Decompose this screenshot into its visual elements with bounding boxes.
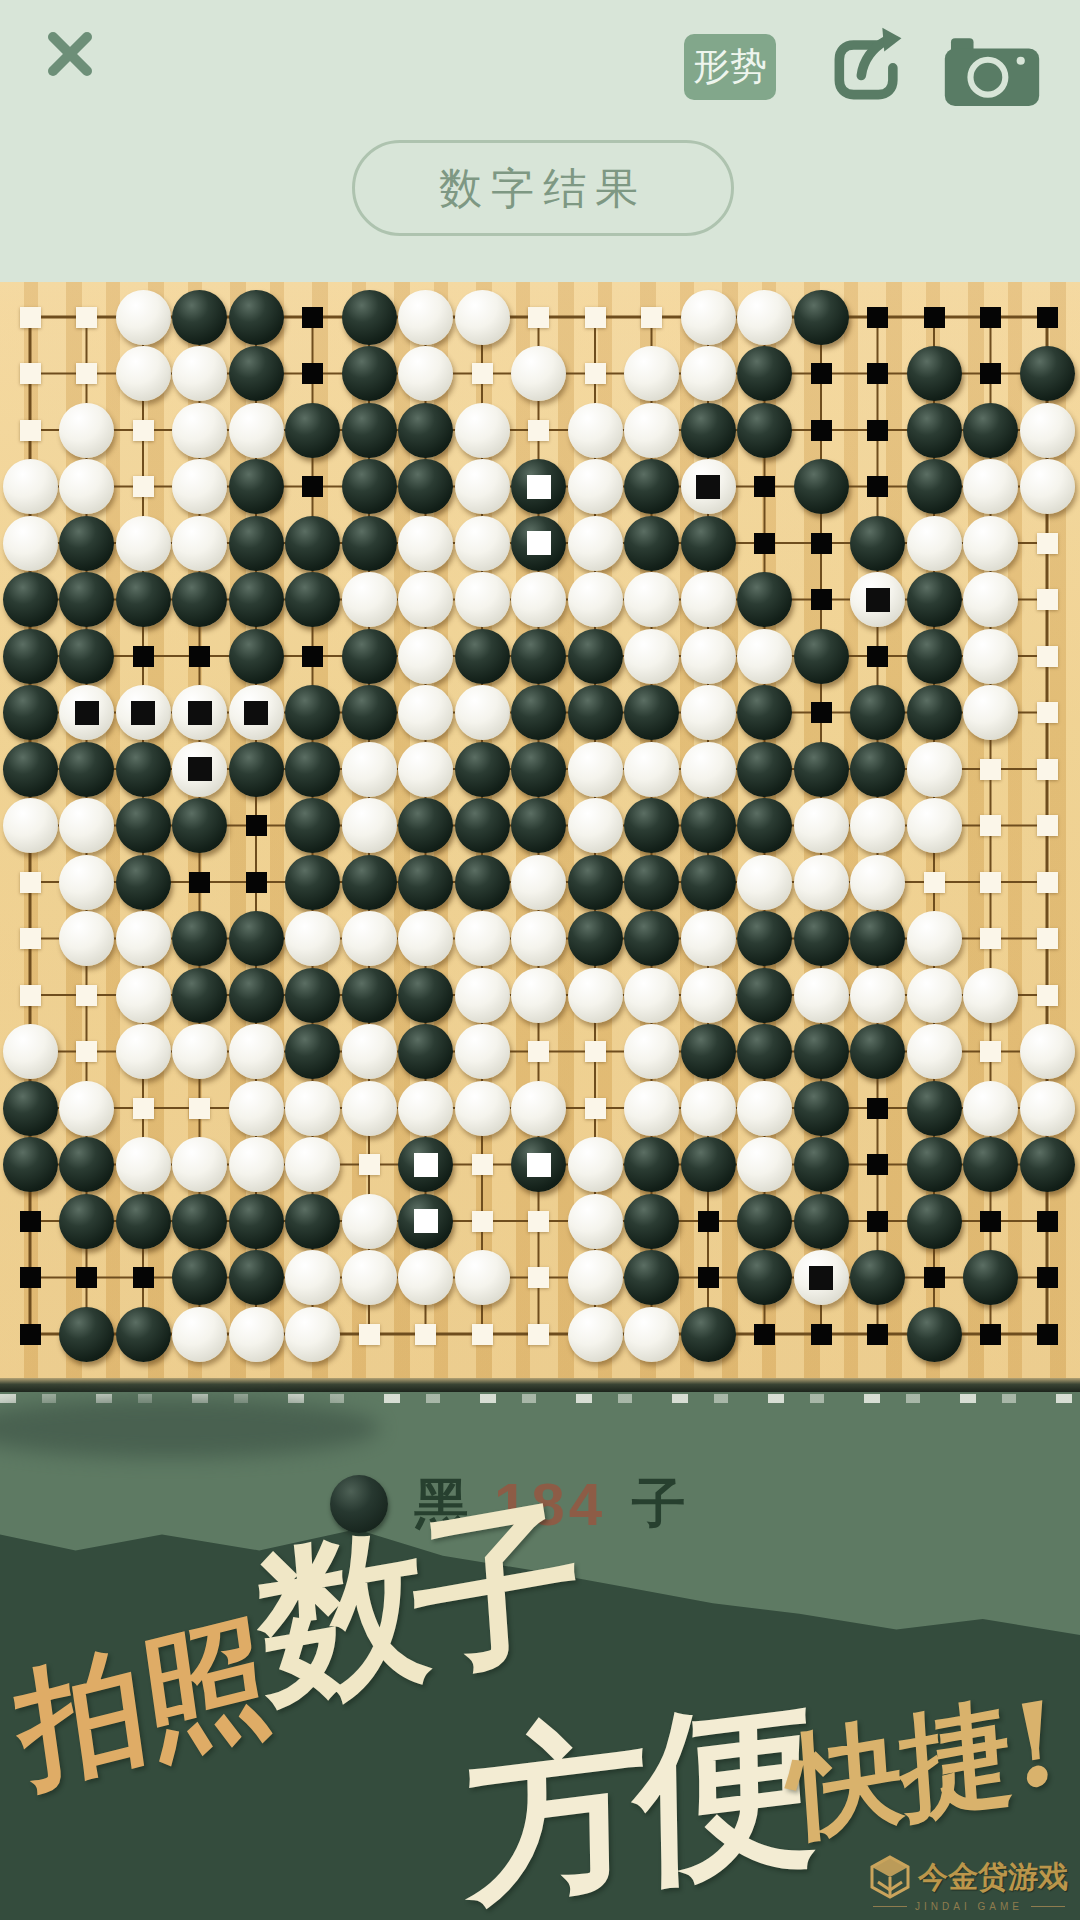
black-stone[interactable] <box>398 403 453 458</box>
white-stone[interactable] <box>568 1194 623 1249</box>
white-stone[interactable] <box>624 572 679 627</box>
black-stone[interactable] <box>116 798 171 853</box>
white-stone[interactable] <box>963 629 1018 684</box>
black-stone[interactable] <box>398 1024 453 1079</box>
black-stone[interactable] <box>737 911 792 966</box>
black-stone[interactable] <box>737 1194 792 1249</box>
white-stone[interactable] <box>229 1024 284 1079</box>
black-stone[interactable] <box>285 1194 340 1249</box>
white-stone[interactable] <box>59 855 114 910</box>
camera-button[interactable] <box>942 30 1042 110</box>
white-stone[interactable] <box>737 1081 792 1136</box>
white-stone[interactable] <box>455 403 510 458</box>
white-stone[interactable] <box>568 742 623 797</box>
black-stone[interactable] <box>455 742 510 797</box>
black-stone[interactable] <box>342 855 397 910</box>
white-stone[interactable] <box>285 1137 340 1192</box>
black-stone[interactable] <box>285 968 340 1023</box>
white-stone[interactable] <box>568 968 623 1023</box>
black-stone[interactable] <box>172 572 227 627</box>
white-stone[interactable] <box>681 346 736 401</box>
black-territory-marker <box>1037 307 1058 328</box>
white-stone[interactable] <box>681 911 736 966</box>
black-stone[interactable] <box>59 572 114 627</box>
black-stone[interactable] <box>285 855 340 910</box>
close-button[interactable] <box>44 28 96 80</box>
black-stone[interactable] <box>794 290 849 345</box>
black-stone[interactable] <box>398 855 453 910</box>
white-stone[interactable] <box>285 1081 340 1136</box>
white-stone[interactable] <box>1020 1081 1075 1136</box>
white-stone[interactable] <box>511 911 566 966</box>
black-territory-marker <box>189 646 210 667</box>
black-stone[interactable] <box>624 855 679 910</box>
white-stone[interactable] <box>455 572 510 627</box>
dead-white-stone[interactable] <box>116 685 171 740</box>
black-stone[interactable] <box>794 911 849 966</box>
black-stone[interactable] <box>794 1194 849 1249</box>
dead-white-stone[interactable] <box>229 685 284 740</box>
dead-white-stone[interactable] <box>172 742 227 797</box>
white-stone[interactable] <box>172 516 227 571</box>
white-stone[interactable] <box>907 516 962 571</box>
black-stone[interactable] <box>681 516 736 571</box>
black-stone[interactable] <box>116 1307 171 1362</box>
dead-white-stone[interactable] <box>59 685 114 740</box>
white-stone[interactable] <box>116 346 171 401</box>
black-stone[interactable] <box>963 1250 1018 1305</box>
black-stone[interactable] <box>794 1024 849 1079</box>
white-stone[interactable] <box>59 1081 114 1136</box>
white-stone[interactable] <box>455 1250 510 1305</box>
black-stone[interactable] <box>172 1250 227 1305</box>
black-stone[interactable] <box>963 1137 1018 1192</box>
white-stone[interactable] <box>568 403 623 458</box>
white-stone[interactable] <box>342 798 397 853</box>
share-button[interactable] <box>824 22 912 108</box>
black-stone[interactable] <box>285 516 340 571</box>
white-stone[interactable] <box>624 742 679 797</box>
black-stone[interactable] <box>285 798 340 853</box>
white-stone[interactable] <box>229 403 284 458</box>
white-stone[interactable] <box>963 572 1018 627</box>
black-stone[interactable] <box>342 459 397 514</box>
black-stone[interactable] <box>342 968 397 1023</box>
white-stone[interactable] <box>285 1307 340 1362</box>
black-stone[interactable] <box>229 1194 284 1249</box>
white-stone[interactable] <box>624 968 679 1023</box>
black-stone[interactable] <box>737 572 792 627</box>
black-territory-marker <box>867 1154 888 1175</box>
white-stone[interactable] <box>398 346 453 401</box>
black-stone[interactable] <box>850 742 905 797</box>
dead-black-stone[interactable] <box>398 1194 453 1249</box>
white-stone[interactable] <box>624 403 679 458</box>
black-stone[interactable] <box>737 346 792 401</box>
black-stone[interactable] <box>907 1307 962 1362</box>
black-stone[interactable] <box>172 1194 227 1249</box>
white-stone[interactable] <box>3 1024 58 1079</box>
black-stone[interactable] <box>229 516 284 571</box>
white-stone[interactable] <box>681 572 736 627</box>
white-stone[interactable] <box>681 1081 736 1136</box>
black-territory-marker <box>1037 1267 1058 1288</box>
black-stone[interactable] <box>59 1137 114 1192</box>
black-territory-marker <box>867 420 888 441</box>
black-stone[interactable] <box>229 1250 284 1305</box>
dead-black-stone[interactable] <box>511 516 566 571</box>
black-stone[interactable] <box>285 685 340 740</box>
white-stone[interactable] <box>455 968 510 1023</box>
black-stone[interactable] <box>59 742 114 797</box>
black-stone[interactable] <box>1020 1137 1075 1192</box>
white-territory-marker <box>980 928 1001 949</box>
black-stone[interactable] <box>850 1250 905 1305</box>
white-stone[interactable] <box>455 685 510 740</box>
black-stone[interactable] <box>850 685 905 740</box>
white-stone[interactable] <box>907 742 962 797</box>
black-stone[interactable] <box>624 1194 679 1249</box>
black-stone[interactable] <box>342 516 397 571</box>
white-stone[interactable] <box>285 1250 340 1305</box>
black-stone[interactable] <box>907 1194 962 1249</box>
black-stone[interactable] <box>681 403 736 458</box>
white-stone[interactable] <box>963 968 1018 1023</box>
black-stone[interactable] <box>511 685 566 740</box>
white-stone[interactable] <box>285 911 340 966</box>
counting-result-pill[interactable]: 数字结果 <box>352 140 734 236</box>
white-stone[interactable] <box>342 572 397 627</box>
black-stone[interactable] <box>59 1194 114 1249</box>
black-stone[interactable] <box>794 459 849 514</box>
black-stone[interactable] <box>172 968 227 1023</box>
white-stone[interactable] <box>850 798 905 853</box>
black-stone[interactable] <box>794 629 849 684</box>
white-stone[interactable] <box>1020 459 1075 514</box>
black-stone[interactable] <box>398 798 453 853</box>
white-stone[interactable] <box>907 798 962 853</box>
black-stone[interactable] <box>511 742 566 797</box>
black-stone[interactable] <box>342 403 397 458</box>
white-stone[interactable] <box>398 742 453 797</box>
white-stone[interactable] <box>172 346 227 401</box>
black-stone[interactable] <box>907 685 962 740</box>
black-stone[interactable] <box>3 572 58 627</box>
black-territory-marker <box>980 1211 1001 1232</box>
black-stone[interactable] <box>455 629 510 684</box>
white-stone[interactable] <box>681 968 736 1023</box>
black-stone[interactable] <box>850 911 905 966</box>
black-stone[interactable] <box>737 685 792 740</box>
white-territory-marker <box>1037 589 1058 610</box>
black-stone[interactable] <box>342 346 397 401</box>
white-stone[interactable] <box>172 1137 227 1192</box>
white-stone[interactable] <box>229 1081 284 1136</box>
black-stone[interactable] <box>624 516 679 571</box>
white-stone[interactable] <box>3 798 58 853</box>
white-stone[interactable] <box>568 516 623 571</box>
white-stone[interactable] <box>511 855 566 910</box>
white-stone[interactable] <box>398 572 453 627</box>
black-stone[interactable] <box>511 798 566 853</box>
white-stone[interactable] <box>455 911 510 966</box>
white-stone[interactable] <box>398 1250 453 1305</box>
black-stone[interactable] <box>681 1024 736 1079</box>
black-territory-marker <box>754 533 775 554</box>
black-stone[interactable] <box>398 968 453 1023</box>
black-stone[interactable] <box>172 911 227 966</box>
white-stone[interactable] <box>3 516 58 571</box>
black-stone[interactable] <box>681 855 736 910</box>
black-stone[interactable] <box>737 798 792 853</box>
white-stone[interactable] <box>794 968 849 1023</box>
black-stone[interactable] <box>229 968 284 1023</box>
white-stone[interactable] <box>681 629 736 684</box>
go-board[interactable] <box>0 282 1080 1378</box>
black-stone[interactable] <box>624 685 679 740</box>
white-stone[interactable] <box>342 911 397 966</box>
black-stone[interactable] <box>907 1137 962 1192</box>
black-stone[interactable] <box>907 459 962 514</box>
white-stone[interactable] <box>511 968 566 1023</box>
white-stone[interactable] <box>455 516 510 571</box>
white-stone[interactable] <box>342 1250 397 1305</box>
black-stone[interactable] <box>172 290 227 345</box>
white-stone[interactable] <box>568 1137 623 1192</box>
black-stone[interactable] <box>3 742 58 797</box>
white-stone[interactable] <box>3 459 58 514</box>
white-stone[interactable] <box>172 1307 227 1362</box>
white-stone[interactable] <box>681 290 736 345</box>
situation-button[interactable]: 形势 <box>684 34 776 100</box>
black-stone[interactable] <box>737 1250 792 1305</box>
black-stone[interactable] <box>737 403 792 458</box>
white-stone[interactable] <box>963 459 1018 514</box>
black-stone[interactable] <box>850 1024 905 1079</box>
black-stone[interactable] <box>455 798 510 853</box>
watermark-latin: JINDAI GAME <box>915 1901 1023 1912</box>
white-stone[interactable] <box>342 1081 397 1136</box>
white-stone[interactable] <box>59 403 114 458</box>
black-territory-marker <box>1037 1324 1058 1345</box>
white-territory-marker <box>20 420 41 441</box>
black-stone[interactable] <box>285 403 340 458</box>
dead-white-stone[interactable] <box>681 459 736 514</box>
black-stone[interactable] <box>737 742 792 797</box>
black-stone[interactable] <box>116 855 171 910</box>
black-stone[interactable] <box>681 1307 736 1362</box>
black-territory-marker <box>302 363 323 384</box>
black-stone[interactable] <box>907 346 962 401</box>
black-stone[interactable] <box>116 1194 171 1249</box>
black-stone[interactable] <box>229 459 284 514</box>
white-stone[interactable] <box>342 1024 397 1079</box>
black-stone[interactable] <box>342 629 397 684</box>
white-stone[interactable] <box>568 459 623 514</box>
white-stone[interactable] <box>963 1081 1018 1136</box>
black-stone[interactable] <box>229 290 284 345</box>
white-territory-marker <box>133 1098 154 1119</box>
black-stone[interactable] <box>794 1081 849 1136</box>
white-stone[interactable] <box>116 1024 171 1079</box>
black-stone[interactable] <box>624 1250 679 1305</box>
white-stone[interactable] <box>1020 403 1075 458</box>
white-stone[interactable] <box>229 1137 284 1192</box>
white-stone[interactable] <box>398 1081 453 1136</box>
slogan-fangbian: 方便 <box>465 1661 807 1920</box>
black-stone[interactable] <box>907 629 962 684</box>
white-stone[interactable] <box>624 1307 679 1362</box>
black-stone[interactable] <box>624 459 679 514</box>
white-stone[interactable] <box>624 346 679 401</box>
black-stone[interactable] <box>568 685 623 740</box>
dead-black-stone[interactable] <box>511 459 566 514</box>
white-stone[interactable] <box>624 629 679 684</box>
white-territory-marker <box>20 985 41 1006</box>
black-stone[interactable] <box>681 1137 736 1192</box>
white-stone[interactable] <box>59 911 114 966</box>
white-stone[interactable] <box>794 855 849 910</box>
dead-white-stone[interactable] <box>172 685 227 740</box>
white-stone[interactable] <box>737 855 792 910</box>
black-stone[interactable] <box>229 346 284 401</box>
white-stone[interactable] <box>681 742 736 797</box>
white-stone[interactable] <box>116 911 171 966</box>
white-stone[interactable] <box>568 798 623 853</box>
black-stone[interactable] <box>59 629 114 684</box>
black-territory-marker <box>867 646 888 667</box>
black-stone[interactable] <box>963 403 1018 458</box>
black-stone[interactable] <box>229 572 284 627</box>
black-stone[interactable] <box>681 798 736 853</box>
white-stone[interactable] <box>907 968 962 1023</box>
black-stone[interactable] <box>285 1024 340 1079</box>
white-stone[interactable] <box>737 1137 792 1192</box>
white-stone[interactable] <box>398 290 453 345</box>
black-stone[interactable] <box>624 911 679 966</box>
black-stone[interactable] <box>907 403 962 458</box>
white-stone[interactable] <box>624 1024 679 1079</box>
white-stone[interactable] <box>342 1194 397 1249</box>
white-stone[interactable] <box>398 629 453 684</box>
black-territory-marker <box>980 307 1001 328</box>
white-stone[interactable] <box>116 1137 171 1192</box>
white-stone[interactable] <box>511 346 566 401</box>
white-stone[interactable] <box>794 798 849 853</box>
white-stone[interactable] <box>568 1250 623 1305</box>
black-stone[interactable] <box>624 798 679 853</box>
black-territory-marker <box>811 1324 832 1345</box>
black-stone[interactable] <box>568 911 623 966</box>
white-stone[interactable] <box>172 1024 227 1079</box>
black-stone[interactable] <box>907 1081 962 1136</box>
black-stone[interactable] <box>624 1137 679 1192</box>
black-stone[interactable] <box>342 685 397 740</box>
white-stone[interactable] <box>850 855 905 910</box>
black-territory-marker <box>811 589 832 610</box>
white-stone[interactable] <box>511 572 566 627</box>
white-stone[interactable] <box>511 1081 566 1136</box>
white-stone[interactable] <box>398 516 453 571</box>
black-stone[interactable] <box>737 1024 792 1079</box>
black-stone[interactable] <box>3 629 58 684</box>
white-stone[interactable] <box>963 685 1018 740</box>
white-stone[interactable] <box>116 968 171 1023</box>
black-stone[interactable] <box>3 1137 58 1192</box>
white-stone[interactable] <box>172 403 227 458</box>
white-stone[interactable] <box>907 1024 962 1079</box>
white-stone[interactable] <box>1020 1024 1075 1079</box>
black-stone[interactable] <box>116 742 171 797</box>
white-stone[interactable] <box>229 1307 284 1362</box>
white-stone[interactable] <box>59 459 114 514</box>
black-stone[interactable] <box>59 1307 114 1362</box>
black-stone[interactable] <box>511 629 566 684</box>
black-stone[interactable] <box>907 572 962 627</box>
white-stone[interactable] <box>398 911 453 966</box>
black-stone[interactable] <box>229 911 284 966</box>
black-stone[interactable] <box>229 742 284 797</box>
black-stone[interactable] <box>568 855 623 910</box>
black-stone[interactable] <box>342 290 397 345</box>
black-stone[interactable] <box>229 629 284 684</box>
black-stone[interactable] <box>59 516 114 571</box>
black-stone[interactable] <box>285 742 340 797</box>
white-stone[interactable] <box>455 1081 510 1136</box>
white-stone[interactable] <box>116 516 171 571</box>
white-square-marker <box>527 475 551 499</box>
dead-black-stone[interactable] <box>511 1137 566 1192</box>
black-stone[interactable] <box>116 572 171 627</box>
white-stone[interactable] <box>568 1307 623 1362</box>
black-stone[interactable] <box>850 516 905 571</box>
black-stone[interactable] <box>172 798 227 853</box>
black-stone[interactable] <box>398 459 453 514</box>
white-stone[interactable] <box>116 290 171 345</box>
white-stone[interactable] <box>342 742 397 797</box>
white-territory-marker <box>528 1324 549 1345</box>
white-stone[interactable] <box>681 685 736 740</box>
black-stone[interactable] <box>794 742 849 797</box>
white-stone[interactable] <box>907 911 962 966</box>
black-stone[interactable] <box>455 855 510 910</box>
dead-black-stone[interactable] <box>398 1137 453 1192</box>
white-stone[interactable] <box>172 459 227 514</box>
dead-white-stone[interactable] <box>794 1250 849 1305</box>
black-stone[interactable] <box>285 572 340 627</box>
white-stone[interactable] <box>59 798 114 853</box>
black-stone[interactable] <box>1020 346 1075 401</box>
white-stone[interactable] <box>624 1081 679 1136</box>
black-stone[interactable] <box>3 1081 58 1136</box>
black-stone[interactable] <box>737 968 792 1023</box>
white-territory-marker <box>980 872 1001 893</box>
black-stone[interactable] <box>568 629 623 684</box>
black-stone[interactable] <box>794 1137 849 1192</box>
white-stone[interactable] <box>455 1024 510 1079</box>
dead-white-stone[interactable] <box>850 572 905 627</box>
black-stone[interactable] <box>3 685 58 740</box>
white-stone[interactable] <box>455 290 510 345</box>
white-stone[interactable] <box>568 572 623 627</box>
white-stone[interactable] <box>737 629 792 684</box>
white-stone[interactable] <box>963 516 1018 571</box>
white-stone[interactable] <box>455 459 510 514</box>
white-territory-marker <box>20 928 41 949</box>
white-stone[interactable] <box>737 290 792 345</box>
white-stone[interactable] <box>398 685 453 740</box>
white-stone[interactable] <box>850 968 905 1023</box>
